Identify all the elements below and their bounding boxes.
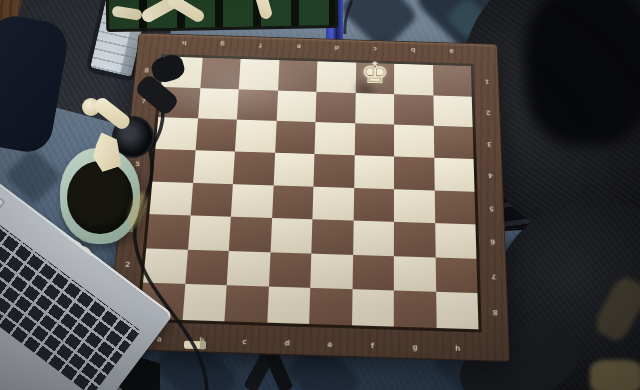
square-b5[interactable]	[193, 150, 235, 184]
file-label: d	[318, 44, 356, 52]
file-label: f	[241, 41, 280, 49]
square-e4[interactable]	[312, 186, 353, 220]
square-d6[interactable]	[275, 121, 316, 154]
square-h2[interactable]	[435, 257, 477, 293]
square-g5[interactable]	[394, 156, 434, 190]
cup-opening	[67, 161, 133, 234]
player-knee	[0, 12, 71, 156]
square-c4[interactable]	[231, 184, 273, 218]
board-grid: ♚	[136, 54, 481, 333]
square-b3[interactable]	[187, 216, 230, 251]
file-label: c	[223, 337, 266, 347]
rank-label: 2	[481, 97, 495, 128]
square-a2[interactable]	[143, 248, 187, 284]
rank-label: 1	[480, 66, 493, 97]
file-label: e	[279, 43, 317, 51]
file-label: f	[351, 341, 394, 351]
square-b8[interactable]	[200, 58, 241, 89]
square-c8[interactable]	[239, 59, 279, 90]
square-g8[interactable]	[394, 64, 433, 95]
file-label: h	[436, 343, 479, 353]
square-g1[interactable]	[394, 291, 436, 328]
square-d4[interactable]	[272, 185, 314, 219]
file-label: e	[308, 339, 351, 349]
file-label: g	[203, 40, 242, 48]
square-g6[interactable]	[394, 125, 434, 158]
bag-under-chair	[590, 360, 640, 390]
square-e1[interactable]	[309, 288, 352, 325]
square-d8[interactable]	[278, 60, 318, 91]
square-a4[interactable]	[149, 181, 192, 215]
square-a6[interactable]	[155, 117, 197, 150]
square-b2[interactable]	[185, 249, 229, 285]
square-f7[interactable]	[355, 93, 394, 125]
square-d7[interactable]	[276, 90, 316, 122]
square-c2[interactable]	[227, 251, 270, 287]
chessboard-photo-scene: ♚ abcdefgh abcdefgh 87654321 87654321	[0, 0, 640, 390]
square-f8[interactable]: ♚	[355, 63, 394, 94]
square-g2[interactable]	[394, 256, 436, 292]
board-nameplate	[184, 341, 206, 350]
rank-label: 6	[486, 225, 500, 259]
square-b6[interactable]	[195, 119, 237, 152]
square-d5[interactable]	[273, 153, 314, 187]
square-f4[interactable]	[353, 187, 394, 221]
square-g4[interactable]	[394, 189, 435, 223]
square-b4[interactable]	[190, 182, 233, 216]
square-h8[interactable]	[433, 65, 472, 96]
square-d1[interactable]	[267, 287, 310, 324]
square-f6[interactable]	[354, 124, 394, 157]
square-d3[interactable]	[270, 218, 312, 253]
file-label: h	[165, 39, 204, 47]
rank-label: 4	[483, 159, 497, 192]
rank-label: 7	[487, 259, 502, 294]
square-c3[interactable]	[229, 217, 272, 252]
laptop-logo-icon	[0, 194, 6, 211]
file-label: b	[394, 46, 432, 54]
square-e3[interactable]	[311, 219, 353, 254]
square-f3[interactable]	[353, 221, 394, 256]
white-pieces-tray	[106, 0, 339, 32]
rank-label: 8	[488, 294, 503, 330]
square-e6[interactable]	[314, 122, 354, 155]
file-label: a	[432, 47, 470, 55]
file-label: c	[356, 45, 394, 53]
square-g3[interactable]	[394, 222, 435, 257]
square-d2[interactable]	[268, 252, 311, 288]
square-h4[interactable]	[434, 190, 475, 224]
square-b7[interactable]	[198, 88, 239, 120]
square-h3[interactable]	[435, 223, 477, 258]
file-label: g	[394, 342, 437, 352]
ranks-right: 87654321	[480, 66, 502, 330]
rank-label: 5	[484, 192, 498, 226]
square-e7[interactable]	[315, 91, 355, 123]
square-f1[interactable]	[351, 290, 393, 327]
white-king[interactable]: ♚	[360, 58, 389, 88]
square-c7[interactable]	[237, 89, 278, 121]
square-f5[interactable]	[354, 155, 394, 189]
square-e2[interactable]	[310, 253, 352, 289]
square-h5[interactable]	[434, 158, 475, 192]
file-label: d	[266, 338, 309, 348]
square-c5[interactable]	[233, 151, 275, 185]
square-c1[interactable]	[224, 286, 268, 323]
square-c6[interactable]	[235, 120, 276, 153]
square-a3[interactable]	[146, 214, 190, 249]
rank-label: 3	[482, 128, 496, 160]
square-e5[interactable]	[313, 154, 354, 188]
office-chair-right-shadow	[524, 0, 640, 146]
square-b1[interactable]	[182, 284, 227, 321]
square-h1[interactable]	[436, 292, 479, 329]
square-f2[interactable]	[352, 255, 394, 291]
square-g7[interactable]	[394, 94, 433, 126]
square-a5[interactable]	[152, 149, 195, 183]
square-h7[interactable]	[433, 95, 473, 127]
square-h6[interactable]	[433, 126, 473, 159]
